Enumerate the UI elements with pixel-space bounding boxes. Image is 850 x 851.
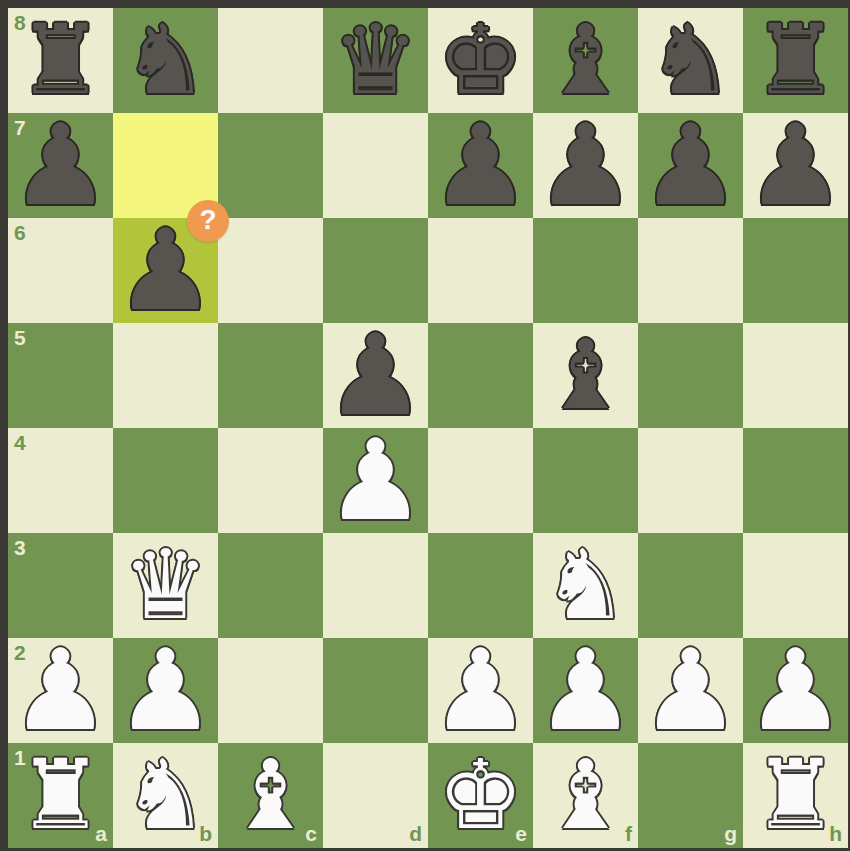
square-f4[interactable] — [533, 428, 638, 533]
square-d7[interactable] — [323, 113, 428, 218]
piece-black-knight[interactable]: ♞ — [113, 8, 218, 113]
square-b1[interactable]: b♞ — [113, 743, 218, 848]
square-f3[interactable]: ♞ — [533, 533, 638, 638]
square-f6[interactable] — [533, 218, 638, 323]
square-g6[interactable] — [638, 218, 743, 323]
rank-label-5: 5 — [14, 326, 26, 350]
square-e2[interactable]: ♟ — [428, 638, 533, 743]
square-g2[interactable]: ♟ — [638, 638, 743, 743]
rank-label-3: 3 — [14, 536, 26, 560]
square-a2[interactable]: 2♟ — [8, 638, 113, 743]
square-e4[interactable] — [428, 428, 533, 533]
square-e6[interactable] — [428, 218, 533, 323]
piece-black-rook[interactable]: ♜ — [743, 8, 848, 113]
square-f2[interactable]: ♟ — [533, 638, 638, 743]
chess-board: 8♜♞♛♚♝♞♜7♟♟♟♟♟6♟5♟♝4♟3♛♞2♟♟♟♟♟♟1a♜b♞c♝de… — [8, 8, 848, 848]
rank-label-2: 2 — [14, 641, 26, 665]
piece-black-pawn[interactable]: ♟ — [638, 113, 743, 218]
file-label-f: f — [625, 822, 632, 846]
square-f5[interactable]: ♝ — [533, 323, 638, 428]
square-h6[interactable] — [743, 218, 848, 323]
piece-black-pawn[interactable]: ♟ — [428, 113, 533, 218]
piece-white-pawn[interactable]: ♟ — [743, 638, 848, 743]
rank-label-6: 6 — [14, 221, 26, 245]
rank-label-1: 1 — [14, 746, 26, 770]
square-a5[interactable]: 5 — [8, 323, 113, 428]
square-c3[interactable] — [218, 533, 323, 638]
file-label-a: a — [95, 822, 107, 846]
piece-white-queen[interactable]: ♛ — [113, 533, 218, 638]
square-h2[interactable]: ♟ — [743, 638, 848, 743]
square-h8[interactable]: ♜ — [743, 8, 848, 113]
square-g8[interactable]: ♞ — [638, 8, 743, 113]
square-b3[interactable]: ♛ — [113, 533, 218, 638]
square-h1[interactable]: h♜ — [743, 743, 848, 848]
file-label-b: b — [199, 822, 212, 846]
piece-black-queen[interactable]: ♛ — [323, 8, 428, 113]
square-g4[interactable] — [638, 428, 743, 533]
piece-white-pawn[interactable]: ♟ — [428, 638, 533, 743]
square-d3[interactable] — [323, 533, 428, 638]
square-a1[interactable]: 1a♜ — [8, 743, 113, 848]
square-e3[interactable] — [428, 533, 533, 638]
square-b5[interactable] — [113, 323, 218, 428]
piece-white-knight[interactable]: ♞ — [533, 533, 638, 638]
square-a7[interactable]: 7♟ — [8, 113, 113, 218]
piece-black-bishop[interactable]: ♝ — [533, 8, 638, 113]
file-label-c: c — [305, 822, 317, 846]
piece-white-pawn[interactable]: ♟ — [323, 428, 428, 533]
square-f7[interactable]: ♟ — [533, 113, 638, 218]
piece-white-bishop[interactable]: ♝ — [533, 743, 638, 848]
square-c4[interactable] — [218, 428, 323, 533]
square-f8[interactable]: ♝ — [533, 8, 638, 113]
square-c7[interactable] — [218, 113, 323, 218]
rank-label-7: 7 — [14, 116, 26, 140]
square-e7[interactable]: ♟ — [428, 113, 533, 218]
square-b8[interactable]: ♞ — [113, 8, 218, 113]
square-b4[interactable] — [113, 428, 218, 533]
square-a3[interactable]: 3 — [8, 533, 113, 638]
square-e8[interactable]: ♚ — [428, 8, 533, 113]
square-d5[interactable]: ♟ — [323, 323, 428, 428]
piece-black-knight[interactable]: ♞ — [638, 8, 743, 113]
square-c6[interactable] — [218, 218, 323, 323]
square-a8[interactable]: 8♜ — [8, 8, 113, 113]
piece-black-pawn[interactable]: ♟ — [533, 113, 638, 218]
file-label-g: g — [724, 822, 737, 846]
square-a4[interactable]: 4 — [8, 428, 113, 533]
piece-white-pawn[interactable]: ♟ — [533, 638, 638, 743]
square-d6[interactable] — [323, 218, 428, 323]
square-c1[interactable]: c♝ — [218, 743, 323, 848]
piece-black-pawn[interactable]: ♟ — [743, 113, 848, 218]
square-d4[interactable]: ♟ — [323, 428, 428, 533]
square-h3[interactable] — [743, 533, 848, 638]
piece-white-pawn[interactable]: ♟ — [113, 638, 218, 743]
piece-black-pawn[interactable]: ♟ — [323, 323, 428, 428]
square-g3[interactable] — [638, 533, 743, 638]
square-a6[interactable]: 6 — [8, 218, 113, 323]
square-d2[interactable] — [323, 638, 428, 743]
rank-label-8: 8 — [14, 11, 26, 35]
square-c5[interactable] — [218, 323, 323, 428]
square-h7[interactable]: ♟ — [743, 113, 848, 218]
square-d8[interactable]: ♛ — [323, 8, 428, 113]
square-g5[interactable] — [638, 323, 743, 428]
square-f1[interactable]: f♝ — [533, 743, 638, 848]
square-c8[interactable] — [218, 8, 323, 113]
mistake-badge-symbol: ? — [199, 206, 216, 234]
piece-black-king[interactable]: ♚ — [428, 8, 533, 113]
file-label-e: e — [515, 822, 527, 846]
piece-black-bishop[interactable]: ♝ — [533, 323, 638, 428]
square-h4[interactable] — [743, 428, 848, 533]
square-b2[interactable]: ♟ — [113, 638, 218, 743]
piece-white-pawn[interactable]: ♟ — [638, 638, 743, 743]
square-e5[interactable] — [428, 323, 533, 428]
square-e1[interactable]: e♚ — [428, 743, 533, 848]
square-d1[interactable]: d — [323, 743, 428, 848]
square-g7[interactable]: ♟ — [638, 113, 743, 218]
file-label-h: h — [829, 822, 842, 846]
mistake-badge: ? — [187, 200, 229, 242]
square-g1[interactable]: g — [638, 743, 743, 848]
rank-label-4: 4 — [14, 431, 26, 455]
board-frame: 8♜♞♛♚♝♞♜7♟♟♟♟♟6♟5♟♝4♟3♛♞2♟♟♟♟♟♟1a♜b♞c♝de… — [0, 0, 850, 851]
square-h5[interactable] — [743, 323, 848, 428]
square-c2[interactable] — [218, 638, 323, 743]
file-label-d: d — [409, 822, 422, 846]
